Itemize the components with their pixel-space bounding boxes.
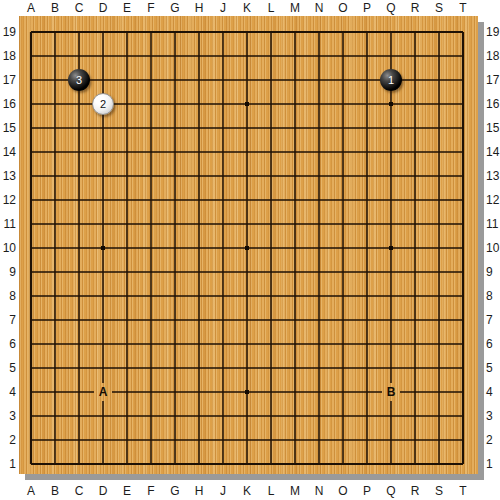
star-point [245, 246, 249, 250]
coord-label-right-6: 6 [486, 337, 500, 351]
coord-label-bottom-B: B [43, 484, 67, 498]
coord-label-left-16: 16 [0, 97, 16, 111]
coord-label-right-19: 19 [486, 25, 500, 39]
coord-label-top-M: M [283, 1, 307, 15]
coord-label-top-L: L [259, 1, 283, 15]
coord-label-top-K: K [235, 1, 259, 15]
board-label-A: A [93, 384, 113, 400]
coord-label-right-11: 11 [486, 217, 500, 231]
star-point [389, 246, 393, 250]
coord-label-right-18: 18 [486, 49, 500, 63]
coord-label-top-G: G [163, 1, 187, 15]
star-point [389, 102, 393, 106]
coord-label-left-12: 12 [0, 193, 16, 207]
coord-label-bottom-O: O [331, 484, 355, 498]
coord-label-right-9: 9 [486, 265, 500, 279]
coord-label-bottom-C: C [67, 484, 91, 498]
coord-label-bottom-K: K [235, 484, 259, 498]
coord-label-top-S: S [427, 1, 451, 15]
coord-label-right-1: 1 [486, 457, 500, 471]
coord-label-bottom-L: L [259, 484, 283, 498]
coord-label-right-2: 2 [486, 433, 500, 447]
coord-label-bottom-D: D [91, 484, 115, 498]
go-board[interactable]: AB123 [19, 16, 478, 474]
coord-label-bottom-N: N [307, 484, 331, 498]
coord-label-left-6: 6 [0, 337, 16, 351]
coord-label-right-7: 7 [486, 313, 500, 327]
coord-label-left-3: 3 [0, 409, 16, 423]
coord-label-bottom-F: F [139, 484, 163, 498]
coord-label-right-12: 12 [486, 193, 500, 207]
star-point [245, 102, 249, 106]
stone-black-C17: 3 [68, 69, 90, 91]
coord-label-bottom-G: G [163, 484, 187, 498]
coord-label-top-Q: Q [379, 1, 403, 15]
coord-label-top-R: R [403, 1, 427, 15]
coord-label-left-7: 7 [0, 313, 16, 327]
coord-label-bottom-H: H [187, 484, 211, 498]
coord-label-top-J: J [211, 1, 235, 15]
coord-label-left-14: 14 [0, 145, 16, 159]
coord-label-top-O: O [331, 1, 355, 15]
coord-label-left-8: 8 [0, 289, 16, 303]
stone-black-Q17: 1 [380, 69, 402, 91]
coord-label-top-D: D [91, 1, 115, 15]
coord-label-right-10: 10 [486, 241, 500, 255]
board-label-B: B [381, 384, 401, 400]
coord-label-left-11: 11 [0, 217, 16, 231]
coord-label-right-15: 15 [486, 121, 500, 135]
coord-label-left-9: 9 [0, 265, 16, 279]
coord-label-right-5: 5 [486, 361, 500, 375]
coord-label-right-14: 14 [486, 145, 500, 159]
coord-label-right-17: 17 [486, 73, 500, 87]
coord-label-top-B: B [43, 1, 67, 15]
coord-label-bottom-Q: Q [379, 484, 403, 498]
coord-label-top-N: N [307, 1, 331, 15]
coord-label-left-13: 13 [0, 169, 16, 183]
coord-label-right-16: 16 [486, 97, 500, 111]
coord-label-right-4: 4 [486, 385, 500, 399]
coord-label-top-F: F [139, 1, 163, 15]
coord-label-bottom-J: J [211, 484, 235, 498]
coord-label-left-17: 17 [0, 73, 16, 87]
stone-white-D16: 2 [92, 93, 114, 115]
coord-label-bottom-S: S [427, 484, 451, 498]
coord-label-right-3: 3 [486, 409, 500, 423]
coord-label-bottom-R: R [403, 484, 427, 498]
coord-label-left-15: 15 [0, 121, 16, 135]
coord-label-bottom-M: M [283, 484, 307, 498]
coord-label-left-2: 2 [0, 433, 16, 447]
coord-label-left-19: 19 [0, 25, 16, 39]
coord-label-bottom-A: A [19, 484, 43, 498]
coord-label-bottom-T: T [451, 484, 475, 498]
coord-label-top-P: P [355, 1, 379, 15]
coord-label-left-4: 4 [0, 385, 16, 399]
coord-label-top-C: C [67, 1, 91, 15]
coord-label-left-18: 18 [0, 49, 16, 63]
coord-label-top-T: T [451, 1, 475, 15]
coord-label-left-1: 1 [0, 457, 16, 471]
star-point [245, 390, 249, 394]
coord-label-bottom-P: P [355, 484, 379, 498]
coord-label-bottom-E: E [115, 484, 139, 498]
coord-label-top-A: A [19, 1, 43, 15]
coord-label-top-H: H [187, 1, 211, 15]
star-point [101, 246, 105, 250]
coord-label-left-10: 10 [0, 241, 16, 255]
coord-label-top-E: E [115, 1, 139, 15]
go-diagram: ABCDEFGHJKLMNOPQRST ABCDEFGHJKLMNOPQRST … [0, 0, 500, 500]
coord-label-left-5: 5 [0, 361, 16, 375]
coord-label-right-8: 8 [486, 289, 500, 303]
coord-label-right-13: 13 [486, 169, 500, 183]
